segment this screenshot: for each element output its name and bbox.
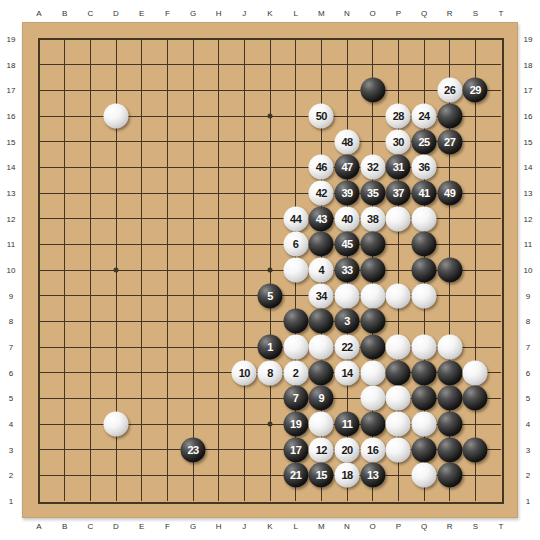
stone-white-O5[interactable] [360,386,385,411]
stone-black-Q5[interactable] [412,386,437,411]
stone-black-O7[interactable] [360,335,385,360]
stone-black-M2[interactable]: 15 [309,463,334,488]
coordinate-label: 12 [524,214,533,223]
stone-white-J6[interactable]: 10 [232,360,257,385]
coordinate-label: G [190,522,196,531]
stone-black-R15[interactable]: 27 [437,129,462,154]
coordinate-label: G [190,9,196,18]
coordinate-label: L [293,522,297,531]
coordinate-label: P [396,9,401,18]
coordinate-label: 19 [524,35,533,44]
stone-white-L7[interactable] [283,335,308,360]
stone-black-M6[interactable] [309,360,334,385]
star-point [114,268,119,273]
coordinate-label: 18 [524,60,533,69]
coordinate-label: 15 [524,137,533,146]
stone-black-M12[interactable]: 43 [309,206,334,231]
coordinate-label: K [267,522,272,531]
coordinate-label: 11 [524,240,532,249]
stone-black-S17[interactable]: 29 [463,78,488,103]
stone-white-L12[interactable]: 44 [283,206,308,231]
stone-white-P15[interactable]: 30 [386,129,411,154]
stone-white-P7[interactable] [386,335,411,360]
stone-black-O4[interactable] [360,412,385,437]
coordinate-label: 10 [7,266,16,275]
coordinate-label: 13 [524,189,533,198]
stone-white-Q9[interactable] [412,283,437,308]
stone-white-O12[interactable]: 38 [360,206,385,231]
stone-black-O10[interactable] [360,258,385,283]
stone-black-M5[interactable]: 9 [309,386,334,411]
stone-black-O8[interactable] [360,309,385,334]
stone-black-R2[interactable] [437,463,462,488]
stone-black-M8[interactable] [309,309,334,334]
coordinate-label: F [165,522,170,531]
stone-white-M3[interactable]: 12 [309,437,334,462]
stone-black-Q11[interactable] [412,232,437,257]
stone-black-N8[interactable]: 3 [335,309,360,334]
coordinate-label: J [242,9,246,18]
coordinate-label: 16 [7,112,16,121]
coordinate-label: E [139,9,144,18]
stone-black-S5[interactable] [463,386,488,411]
stone-white-P4[interactable] [386,412,411,437]
coordinate-label: 9 [9,291,13,300]
stone-white-L10[interactable] [283,258,308,283]
coordinate-label: 10 [524,266,533,275]
coordinate-label: N [344,9,350,18]
stone-black-L3[interactable]: 17 [283,437,308,462]
stone-black-K7[interactable]: 1 [258,335,283,360]
stone-white-Q12[interactable] [412,206,437,231]
stone-black-L2[interactable]: 21 [283,463,308,488]
coordinate-label: 5 [9,394,13,403]
stone-black-R13[interactable]: 49 [437,181,462,206]
stone-black-N11[interactable]: 45 [335,232,360,257]
coordinate-label: 1 [526,497,530,506]
stone-white-D16[interactable] [104,104,129,129]
coordinate-label: 4 [526,420,530,429]
coordinate-label: Q [421,522,427,531]
stone-black-O2[interactable]: 13 [360,463,385,488]
stone-white-O6[interactable] [360,360,385,385]
stone-black-P13[interactable]: 37 [386,181,411,206]
coordinate-label: 4 [9,420,13,429]
coordinate-label: 2 [526,471,530,480]
stone-black-O11[interactable] [360,232,385,257]
stone-black-M11[interactable] [309,232,334,257]
coordinate-label: D [113,9,119,18]
stone-white-Q2[interactable] [412,463,437,488]
stone-white-K6[interactable]: 8 [258,360,283,385]
coordinate-label: R [447,9,453,18]
grid-line-vertical [475,39,476,501]
coordinate-label: 17 [524,86,533,95]
stone-black-R3[interactable] [437,437,462,462]
stone-black-N4[interactable]: 11 [335,412,360,437]
coordinate-label: 2 [9,471,13,480]
stone-black-Q10[interactable] [412,258,437,283]
stone-white-P12[interactable] [386,206,411,231]
stone-black-Q3[interactable] [412,437,437,462]
stone-white-O9[interactable] [360,283,385,308]
coordinate-label: 6 [9,368,13,377]
coordinate-label: 18 [7,60,16,69]
stone-black-Q6[interactable] [412,360,437,385]
coordinate-label: H [216,9,222,18]
go-diagram: 2629502824483025274647323136423935374149… [0,0,540,540]
stone-white-L11[interactable]: 6 [283,232,308,257]
coordinate-label: A [36,9,41,18]
stone-black-R6[interactable] [437,360,462,385]
coordinate-label: C [87,522,93,531]
stone-black-R10[interactable] [437,258,462,283]
stone-white-M7[interactable] [309,335,334,360]
coordinate-label: 9 [526,291,530,300]
stone-black-N13[interactable]: 39 [335,181,360,206]
stone-white-Q14[interactable]: 36 [412,155,437,180]
stone-white-P9[interactable] [386,283,411,308]
coordinate-label: T [499,522,504,531]
star-point [268,114,273,119]
coordinate-label: 7 [526,343,530,352]
coordinate-label: E [139,522,144,531]
coordinate-label: 3 [9,445,13,454]
stone-white-M14[interactable]: 46 [309,155,334,180]
coordinate-label: 15 [7,137,16,146]
star-point [268,422,273,427]
stone-white-Q7[interactable] [412,335,437,360]
stone-white-D4[interactable] [104,412,129,437]
coordinate-label: Q [421,9,427,18]
coordinate-label: B [62,9,67,18]
grid-line-horizontal [39,321,501,322]
coordinate-label: M [318,522,325,531]
coordinate-label: F [165,9,170,18]
coordinate-label: 7 [9,343,13,352]
stone-white-Q16[interactable]: 24 [412,104,437,129]
coordinate-label: 13 [7,189,16,198]
coordinate-label: 12 [7,214,16,223]
stone-white-P5[interactable] [386,386,411,411]
coordinate-label: 8 [526,317,530,326]
stone-black-O17[interactable] [360,78,385,103]
coordinate-label: R [447,522,453,531]
coordinate-label: L [293,9,297,18]
stone-black-K9[interactable]: 5 [258,283,283,308]
stone-black-L8[interactable] [283,309,308,334]
stone-white-N9[interactable] [335,283,360,308]
coordinate-label: 11 [7,240,15,249]
stone-black-R4[interactable] [437,412,462,437]
stone-white-N6[interactable]: 14 [335,360,360,385]
coordinate-label: 5 [526,394,530,403]
stone-white-N7[interactable]: 22 [335,335,360,360]
stone-black-N14[interactable]: 47 [335,155,360,180]
stone-black-P6[interactable] [386,360,411,385]
coordinate-label: K [267,9,272,18]
coordinate-label: S [473,9,478,18]
stone-white-Q4[interactable] [412,412,437,437]
star-point [268,268,273,273]
stone-white-N3[interactable]: 20 [335,437,360,462]
coordinate-label: J [242,522,246,531]
stone-black-O13[interactable]: 35 [360,181,385,206]
stone-black-R16[interactable] [437,104,462,129]
coordinate-label: 1 [9,497,13,506]
coordinate-label: M [318,9,325,18]
stone-white-M10[interactable]: 4 [309,258,334,283]
stone-white-R7[interactable] [437,335,462,360]
coordinate-label: 8 [9,317,13,326]
stone-white-M13[interactable]: 42 [309,181,334,206]
go-board[interactable]: 2629502824483025274647323136423935374149… [22,22,518,518]
stone-black-R5[interactable] [437,386,462,411]
coordinate-label: 6 [526,368,530,377]
coordinate-label: N [344,522,350,531]
coordinate-label: P [396,522,401,531]
coordinate-label: 17 [7,86,16,95]
coordinate-label: S [473,522,478,531]
stone-black-L4[interactable]: 19 [283,412,308,437]
stone-white-O14[interactable]: 32 [360,155,385,180]
coordinate-label: 3 [526,445,530,454]
coordinate-label: 14 [524,163,533,172]
coordinate-label: D [113,522,119,531]
coordinate-label: O [370,9,376,18]
stone-black-N10[interactable]: 33 [335,258,360,283]
stone-white-N15[interactable]: 48 [335,129,360,154]
coordinate-label: 14 [7,163,16,172]
coordinate-label: B [62,522,67,531]
stone-black-S3[interactable] [463,437,488,462]
stone-white-R17[interactable]: 26 [437,78,462,103]
stone-black-P14[interactable]: 31 [386,155,411,180]
stone-white-M9[interactable]: 34 [309,283,334,308]
stone-white-M16[interactable]: 50 [309,104,334,129]
stone-white-O3[interactable]: 16 [360,437,385,462]
coordinate-label: 16 [524,112,533,121]
coordinate-label: T [499,9,504,18]
coordinate-label: 19 [7,35,16,44]
stone-white-M4[interactable] [309,412,334,437]
coordinate-label: A [36,522,41,531]
coordinate-label: H [216,522,222,531]
stone-white-N12[interactable]: 40 [335,206,360,231]
coordinate-label: O [370,522,376,531]
coordinate-label: C [87,9,93,18]
stone-white-N2[interactable]: 18 [335,463,360,488]
stone-white-L6[interactable]: 2 [283,360,308,385]
stone-white-P16[interactable]: 28 [386,104,411,129]
stone-black-Q15[interactable]: 25 [412,129,437,154]
stone-white-P3[interactable] [386,437,411,462]
stone-white-S6[interactable] [463,360,488,385]
stone-black-L5[interactable]: 7 [283,386,308,411]
stone-black-G3[interactable]: 23 [181,437,206,462]
stone-black-Q13[interactable]: 41 [412,181,437,206]
